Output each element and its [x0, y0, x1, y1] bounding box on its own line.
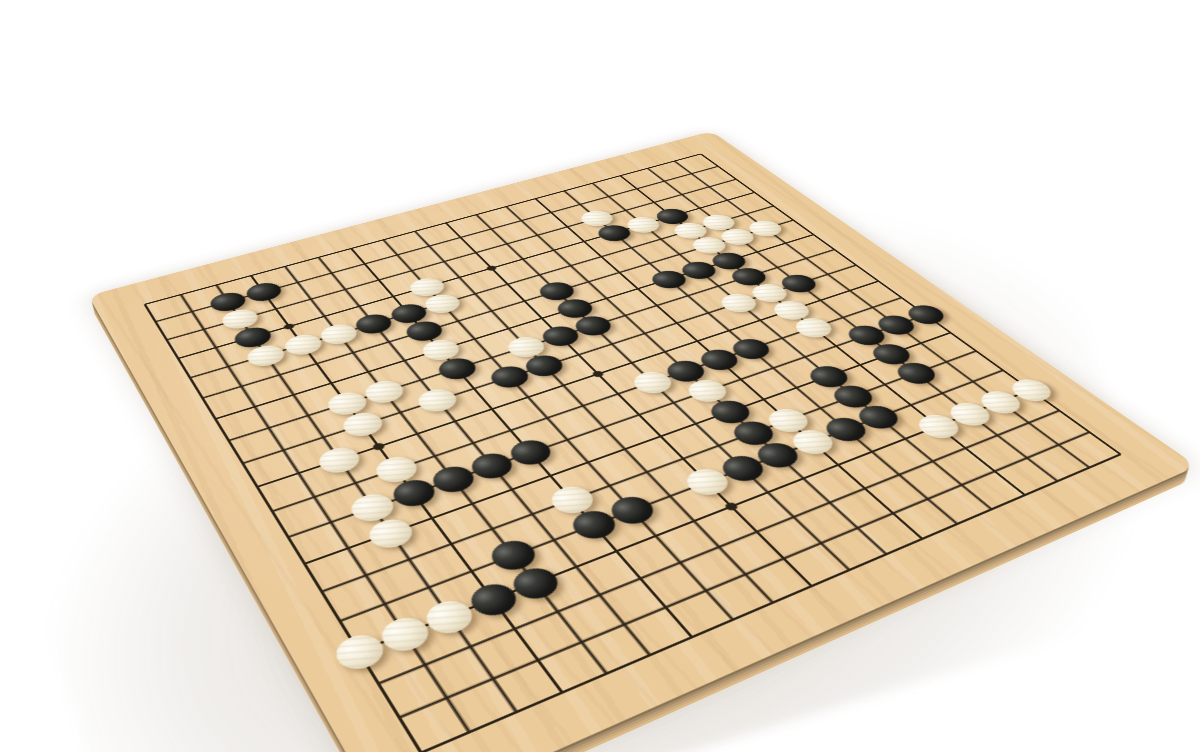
grid-line-row — [322, 351, 976, 592]
star-point — [372, 442, 386, 451]
star-point — [591, 370, 605, 378]
star-point — [484, 594, 500, 606]
star-point — [485, 265, 497, 271]
grid-line-row — [340, 370, 1003, 621]
star-point — [723, 502, 739, 512]
star-point — [283, 323, 296, 330]
photo-canvas — [0, 0, 1200, 752]
